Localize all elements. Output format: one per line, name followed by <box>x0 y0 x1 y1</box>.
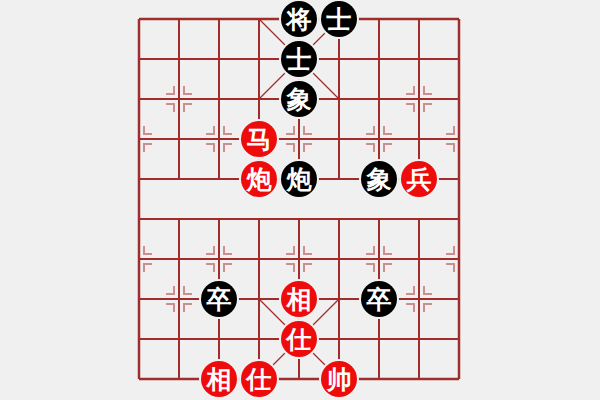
piece-black-advisor-2[interactable]: 士 <box>281 41 317 77</box>
piece-red-advisor-2[interactable]: 仕 <box>241 361 277 397</box>
piece-black-general[interactable]: 将 <box>281 1 317 37</box>
piece-black-elephant-1[interactable]: 象 <box>281 81 317 117</box>
piece-black-advisor-1[interactable]: 士 <box>321 1 357 37</box>
piece-red-elephant-1[interactable]: 相 <box>281 281 317 317</box>
xiangqi-board: 将士士象马炮炮象兵卒相卒仕相仕帅 <box>0 0 600 400</box>
piece-red-horse[interactable]: 马 <box>241 121 277 157</box>
piece-black-cannon[interactable]: 炮 <box>281 161 317 197</box>
piece-black-elephant-2[interactable]: 象 <box>361 161 397 197</box>
piece-red-general[interactable]: 帅 <box>321 361 357 397</box>
piece-black-soldier-2[interactable]: 卒 <box>361 281 397 317</box>
piece-red-soldier[interactable]: 兵 <box>401 161 437 197</box>
piece-red-cannon[interactable]: 炮 <box>241 161 277 197</box>
piece-red-advisor-1[interactable]: 仕 <box>281 321 317 357</box>
piece-red-elephant-2[interactable]: 相 <box>201 361 237 397</box>
piece-black-soldier-1[interactable]: 卒 <box>201 281 237 317</box>
